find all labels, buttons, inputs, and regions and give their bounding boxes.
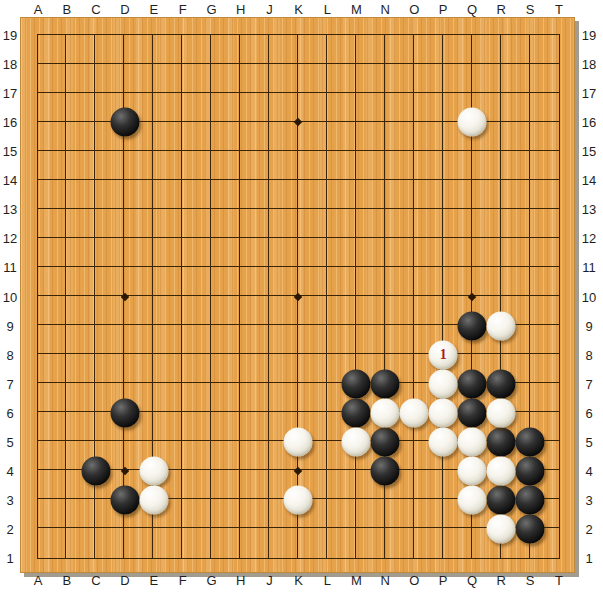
coord-left-16: 16 [3,115,17,130]
coord-top-K: K [294,2,303,17]
coord-top-R: R [496,2,505,17]
coord-left-2: 2 [6,521,13,536]
coord-right-18: 18 [582,57,596,72]
grid-vline-H [239,35,240,558]
coord-bottom-S: S [526,573,535,588]
coord-left-14: 14 [3,173,17,188]
coord-right-11: 11 [582,260,596,275]
coord-bottom-F: F [179,573,187,588]
coord-bottom-B: B [63,573,72,588]
coord-top-C: C [91,2,100,17]
coord-top-L: L [324,2,331,17]
grid-vline-F [181,35,182,558]
coord-bottom-L: L [324,573,331,588]
stone-black-Q7[interactable] [458,369,487,398]
coord-left-6: 6 [6,405,13,420]
coord-left-15: 15 [3,144,17,159]
stone-white-R6[interactable] [487,398,516,427]
stone-white-N6[interactable] [371,398,400,427]
coord-left-8: 8 [6,347,13,362]
coord-right-13: 13 [582,202,596,217]
stone-black-C4[interactable] [81,456,110,485]
coord-left-12: 12 [3,231,17,246]
coord-bottom-Q: Q [467,573,477,588]
stone-white-P6[interactable] [429,398,458,427]
coord-top-J: J [266,2,273,17]
coord-top-A: A [34,2,43,17]
grid-vline-M [355,35,356,558]
stone-white-K5[interactable] [284,427,313,456]
coord-left-11: 11 [3,260,17,275]
coord-top-D: D [120,2,129,17]
stone-white-R2[interactable] [487,514,516,543]
grid-hline-14 [38,179,559,180]
coord-bottom-P: P [439,573,448,588]
coord-top-O: O [409,2,419,17]
grid-hline-8 [38,353,559,354]
move-number-label: 1 [440,348,447,362]
coord-bottom-H: H [236,573,245,588]
coord-left-3: 3 [6,492,13,507]
coord-right-16: 16 [582,115,596,130]
stone-white-Q3[interactable] [458,485,487,514]
grid-vline-L [326,35,327,558]
coord-bottom-N: N [381,573,390,588]
coord-top-Q: Q [467,2,477,17]
coord-bottom-E: E [149,573,158,588]
coord-right-2: 2 [585,521,592,536]
coord-right-19: 19 [582,28,596,43]
stone-black-Q6[interactable] [458,398,487,427]
coord-bottom-R: R [496,573,505,588]
stone-black-R5[interactable] [487,427,516,456]
coord-top-M: M [351,2,362,17]
coord-bottom-D: D [120,573,129,588]
coord-left-13: 13 [3,202,17,217]
stone-white-Q16[interactable] [458,108,487,137]
coord-top-T: T [555,2,563,17]
stone-white-K3[interactable] [284,485,313,514]
grid-hline-11 [38,266,559,267]
coord-top-G: G [207,2,217,17]
coord-left-4: 4 [6,463,13,478]
grid-hline-12 [38,237,559,238]
stone-black-M6[interactable] [342,398,371,427]
stone-black-Q9[interactable] [458,311,487,340]
stone-white-Q4[interactable] [458,456,487,485]
coord-right-7: 7 [585,376,592,391]
coord-top-E: E [149,2,158,17]
grid-hline-15 [38,150,559,151]
coord-top-F: F [179,2,187,17]
stone-black-D3[interactable] [110,485,139,514]
coord-right-1: 1 [585,551,592,566]
coord-left-17: 17 [3,86,17,101]
stone-black-R3[interactable] [487,485,516,514]
coord-right-6: 6 [585,405,592,420]
coord-bottom-J: J [266,573,273,588]
coord-bottom-C: C [91,573,100,588]
coord-right-4: 4 [585,463,592,478]
coord-left-9: 9 [6,318,13,333]
coord-right-5: 5 [585,434,592,449]
coord-right-8: 8 [585,347,592,362]
stone-white-O6[interactable] [400,398,429,427]
coord-top-P: P [439,2,448,17]
coord-left-10: 10 [3,289,17,304]
grid-vline-O [413,35,414,558]
coord-bottom-G: G [207,573,217,588]
go-board-page: AABBCCDDEEFFGGHHJJKKLLMMNNOOPPQQRRSSTT19… [0,0,603,598]
coord-right-12: 12 [582,231,596,246]
coord-right-15: 15 [582,144,596,159]
grid-hline-18 [38,63,559,64]
stone-black-D16[interactable] [110,108,139,137]
grid-vline-G [210,35,211,558]
coord-right-9: 9 [585,318,592,333]
coord-left-1: 1 [6,551,13,566]
coord-right-17: 17 [582,86,596,101]
coord-bottom-T: T [555,573,563,588]
stone-white-R4[interactable] [487,456,516,485]
grid-vline-J [268,35,269,558]
coord-left-18: 18 [3,57,17,72]
stone-black-S4[interactable] [516,456,545,485]
stone-white-P8[interactable]: 1 [429,340,458,369]
stone-black-M7[interactable] [342,369,371,398]
stone-black-N7[interactable] [371,369,400,398]
coord-bottom-A: A [34,573,43,588]
coord-right-10: 10 [582,289,596,304]
coord-right-14: 14 [582,173,596,188]
stone-black-D6[interactable] [110,398,139,427]
coord-bottom-M: M [351,573,362,588]
stone-white-R9[interactable] [487,311,516,340]
stone-white-M5[interactable] [342,427,371,456]
coord-bottom-O: O [409,573,419,588]
coord-top-H: H [236,2,245,17]
coord-left-5: 5 [6,434,13,449]
stone-black-N5[interactable] [371,427,400,456]
stone-black-S5[interactable] [516,427,545,456]
stone-black-S2[interactable] [516,514,545,543]
grid-vline-B [65,35,66,558]
stone-black-R7[interactable] [487,369,516,398]
stone-white-P5[interactable] [429,427,458,456]
coord-bottom-K: K [294,573,303,588]
coord-left-7: 7 [6,376,13,391]
coord-left-19: 19 [3,28,17,43]
coord-top-S: S [526,2,535,17]
coord-top-N: N [381,2,390,17]
coord-right-3: 3 [585,492,592,507]
grid-hline-17 [38,92,559,93]
stone-black-N4[interactable] [371,456,400,485]
stone-white-E4[interactable] [139,456,168,485]
grid-vline-P [442,35,443,558]
stone-white-Q5[interactable] [458,427,487,456]
coord-top-B: B [63,2,72,17]
stone-white-E3[interactable] [139,485,168,514]
stone-white-P7[interactable] [429,369,458,398]
grid-hline-13 [38,208,559,209]
grid-hline-2 [38,527,559,528]
stone-black-S3[interactable] [516,485,545,514]
